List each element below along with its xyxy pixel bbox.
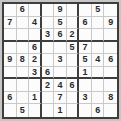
- cell-r7c1-empty[interactable]: [4, 79, 17, 92]
- cell-r5c9-given-6[interactable]: 6: [104, 54, 117, 67]
- cell-r8c9-given-8[interactable]: 8: [104, 92, 117, 105]
- cell-r6c1-empty[interactable]: [4, 67, 17, 80]
- cell-r1c2-given-6[interactable]: 6: [17, 4, 30, 17]
- cell-r7c4-given-2[interactable]: 2: [42, 79, 55, 92]
- cell-r2c1-given-7[interactable]: 7: [4, 17, 17, 30]
- cell-r4c6-given-5[interactable]: 5: [67, 42, 80, 55]
- cell-r4c1-empty[interactable]: [4, 42, 17, 55]
- cell-r4c3-given-6[interactable]: 6: [29, 42, 42, 55]
- cell-r3c1-empty[interactable]: [4, 29, 17, 42]
- cell-r1c4-empty[interactable]: [42, 4, 55, 17]
- sudoku-widget: 69574569362657982354636124661738516: [0, 0, 121, 121]
- cell-r9c8-given-6[interactable]: 6: [92, 104, 105, 117]
- cell-r1c1-empty[interactable]: [4, 4, 17, 17]
- cell-r7c2-empty[interactable]: [17, 79, 30, 92]
- cell-r9c5-given-1[interactable]: 1: [54, 104, 67, 117]
- cell-r4c5-empty[interactable]: [54, 42, 67, 55]
- cell-r6c7-given-1[interactable]: 1: [79, 67, 92, 80]
- cell-r8c4-empty[interactable]: [42, 92, 55, 105]
- cell-r5c2-given-8[interactable]: 8: [17, 54, 30, 67]
- cell-r6c9-empty[interactable]: [104, 67, 117, 80]
- cell-r3c4-given-3[interactable]: 3: [42, 29, 55, 42]
- cell-r7c3-empty[interactable]: [29, 79, 42, 92]
- cell-r6c8-empty[interactable]: [92, 67, 105, 80]
- cell-r9c7-empty[interactable]: [79, 104, 92, 117]
- cell-r9c2-given-5[interactable]: 5: [17, 104, 30, 117]
- cell-r8c1-given-6[interactable]: 6: [4, 92, 17, 105]
- cell-r5c3-given-2[interactable]: 2: [29, 54, 42, 67]
- cell-r7c6-given-6[interactable]: 6: [67, 79, 80, 92]
- cell-r3c9-empty[interactable]: [104, 29, 117, 42]
- cell-r2c9-given-9[interactable]: 9: [104, 17, 117, 30]
- cell-r5c6-empty[interactable]: [67, 54, 80, 67]
- cell-r2c3-given-4[interactable]: 4: [29, 17, 42, 30]
- sudoku-board: 69574569362657982354636124661738516: [2, 2, 119, 119]
- cell-r3c5-given-6[interactable]: 6: [54, 29, 67, 42]
- cell-r7c9-empty[interactable]: [104, 79, 117, 92]
- cell-r1c3-empty[interactable]: [29, 4, 42, 17]
- cell-r3c3-empty[interactable]: [29, 29, 42, 42]
- cell-r7c5-given-4[interactable]: 4: [54, 79, 67, 92]
- cell-r7c7-empty[interactable]: [79, 79, 92, 92]
- cell-r4c2-empty[interactable]: [17, 42, 30, 55]
- cell-r2c4-empty[interactable]: [42, 17, 55, 30]
- cell-r8c8-empty[interactable]: [92, 92, 105, 105]
- cell-r8c3-given-1[interactable]: 1: [29, 92, 42, 105]
- cell-r6c4-given-6[interactable]: 6: [42, 67, 55, 80]
- cell-r9c6-empty[interactable]: [67, 104, 80, 117]
- cell-r2c8-empty[interactable]: [92, 17, 105, 30]
- cell-r3c8-empty[interactable]: [92, 29, 105, 42]
- cell-r1c5-given-9[interactable]: 9: [54, 4, 67, 17]
- cell-r2c2-empty[interactable]: [17, 17, 30, 30]
- cell-r8c5-given-7[interactable]: 7: [54, 92, 67, 105]
- cell-r6c2-empty[interactable]: [17, 67, 30, 80]
- cell-r3c2-empty[interactable]: [17, 29, 30, 42]
- cell-r2c7-given-6[interactable]: 6: [79, 17, 92, 30]
- cell-r9c9-empty[interactable]: [104, 104, 117, 117]
- cell-r8c7-given-3[interactable]: 3: [79, 92, 92, 105]
- cell-r9c4-empty[interactable]: [42, 104, 55, 117]
- cell-r6c5-empty[interactable]: [54, 67, 67, 80]
- cell-r3c6-given-2[interactable]: 2: [67, 29, 80, 42]
- cell-r8c6-empty[interactable]: [67, 92, 80, 105]
- cell-r5c7-given-5[interactable]: 5: [79, 54, 92, 67]
- cell-r4c9-empty[interactable]: [104, 42, 117, 55]
- cell-r2c5-given-5[interactable]: 5: [54, 17, 67, 30]
- cell-r6c3-given-3[interactable]: 3: [29, 67, 42, 80]
- cell-r4c8-empty[interactable]: [92, 42, 105, 55]
- cell-r2c6-empty[interactable]: [67, 17, 80, 30]
- cell-r9c1-empty[interactable]: [4, 104, 17, 117]
- cell-r6c6-empty[interactable]: [67, 67, 80, 80]
- cell-r5c8-given-4[interactable]: 4: [92, 54, 105, 67]
- cell-r5c1-given-9[interactable]: 9: [4, 54, 17, 67]
- cell-r8c2-empty[interactable]: [17, 92, 30, 105]
- cell-r1c8-given-5[interactable]: 5: [92, 4, 105, 17]
- cell-r1c7-empty[interactable]: [79, 4, 92, 17]
- cell-r5c5-given-3[interactable]: 3: [54, 54, 67, 67]
- cell-r9c3-empty[interactable]: [29, 104, 42, 117]
- cell-r3c7-empty[interactable]: [79, 29, 92, 42]
- cell-r4c4-empty[interactable]: [42, 42, 55, 55]
- cell-r5c4-empty[interactable]: [42, 54, 55, 67]
- cell-r1c6-empty[interactable]: [67, 4, 80, 17]
- cell-r1c9-empty[interactable]: [104, 4, 117, 17]
- cell-r4c7-given-7[interactable]: 7: [79, 42, 92, 55]
- cell-r7c8-empty[interactable]: [92, 79, 105, 92]
